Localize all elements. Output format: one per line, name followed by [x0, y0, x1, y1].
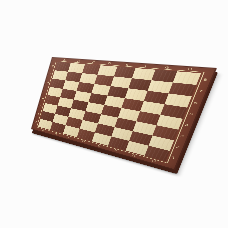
- rank-label-left-7: 7: [49, 73, 52, 75]
- rank-label-left-5: 5: [44, 89, 47, 91]
- chessboard: AABBCCDDEEFFGGHH8877665544332211: [31, 57, 217, 170]
- rank-label-right-4: 4: [184, 124, 189, 127]
- rank-label-left-2: 2: [37, 113, 39, 115]
- rank-label-right-6: 6: [193, 101, 198, 104]
- rank-label-right-3: 3: [180, 135, 185, 139]
- rank-label-left-8: 8: [51, 65, 54, 67]
- file-label-top-h: H: [187, 68, 193, 71]
- file-label-bottom-h: H: [151, 159, 156, 163]
- file-label-bottom-e: E: [97, 144, 100, 147]
- rank-label-left-4: 4: [42, 97, 44, 99]
- file-label-top-g: G: [164, 66, 169, 69]
- file-label-top-f: F: [144, 65, 148, 68]
- file-label-top-c: C: [92, 61, 95, 64]
- rank-label-left-6: 6: [47, 81, 50, 83]
- file-label-top-b: B: [77, 60, 80, 62]
- file-label-bottom-a: A: [42, 129, 45, 132]
- file-label-top-d: D: [108, 62, 112, 65]
- file-label-bottom-g: G: [132, 154, 137, 157]
- rank-label-left-3: 3: [40, 105, 42, 107]
- rank-label-right-2: 2: [175, 145, 180, 149]
- chessboard-product-photo: AABBCCDDEEFFGGHH8877665544332211: [0, 0, 228, 228]
- square-f7: [128, 78, 151, 91]
- file-label-top-e: E: [125, 63, 129, 66]
- file-label-top-a: A: [63, 59, 66, 61]
- file-label-bottom-f: F: [114, 149, 117, 152]
- file-label-bottom-d: D: [82, 140, 86, 143]
- rank-label-left-1: 1: [35, 121, 37, 123]
- square-g8: [151, 70, 177, 83]
- rank-label-right-1: 1: [171, 156, 176, 160]
- rank-label-right-8: 8: [203, 78, 208, 81]
- square-d7: [94, 75, 114, 86]
- rank-label-right-7: 7: [198, 90, 203, 93]
- rank-label-right-5: 5: [189, 113, 194, 116]
- file-label-bottom-c: C: [68, 136, 71, 139]
- file-label-bottom-b: B: [54, 132, 57, 135]
- square-c8: [82, 64, 100, 75]
- chessboard-grid: [38, 62, 201, 161]
